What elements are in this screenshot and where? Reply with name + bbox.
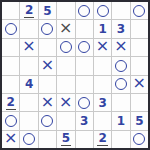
cell-r1c4[interactable]: [76, 20, 93, 37]
cell-r1c2[interactable]: [39, 20, 56, 37]
cell-r3c0[interactable]: [2, 57, 19, 74]
cell-r5c2[interactable]: ×: [39, 94, 56, 111]
cell-r7c7[interactable]: [131, 131, 148, 148]
cell-r6c5[interactable]: [94, 112, 111, 129]
cell-r0c2[interactable]: 5: [39, 2, 56, 19]
cell-r1c0[interactable]: [2, 20, 19, 37]
cell-r6c7[interactable]: 5: [131, 112, 148, 129]
clue-number: 1: [97, 23, 107, 35]
cell-r2c2[interactable]: [39, 39, 56, 56]
cell-r3c7[interactable]: [131, 57, 148, 74]
cell-r3c4[interactable]: [76, 57, 93, 74]
cell-r2c3[interactable]: [57, 39, 74, 56]
cell-r5c1[interactable]: [20, 94, 37, 111]
cross-mark: ×: [41, 94, 54, 110]
cell-r6c2[interactable]: [39, 112, 56, 129]
cell-r0c5[interactable]: [94, 2, 111, 19]
given-cross-mark: ×: [59, 20, 72, 36]
cell-r2c6[interactable]: ×: [112, 39, 129, 56]
cell-r1c5[interactable]: 1: [94, 20, 111, 37]
circle-mark: [60, 41, 72, 53]
cell-r0c6[interactable]: [112, 2, 129, 19]
circle-mark: [133, 133, 145, 145]
cross-mark: ×: [22, 39, 35, 55]
cell-r3c3[interactable]: [57, 57, 74, 74]
clue-number-underlined: 2: [97, 132, 107, 146]
cell-r5c7[interactable]: [131, 94, 148, 111]
clue-number: 5: [134, 115, 144, 127]
cell-r6c3[interactable]: [57, 112, 74, 129]
cross-mark: ×: [4, 131, 17, 147]
cross-mark: ×: [59, 94, 72, 110]
cross-mark: ×: [96, 39, 109, 55]
cell-r4c3[interactable]: [57, 76, 74, 93]
cell-r7c3[interactable]: 5: [57, 131, 74, 148]
cell-r5c6[interactable]: [112, 94, 129, 111]
cell-r7c0[interactable]: ×: [2, 131, 19, 148]
cell-r3c2[interactable]: ×: [39, 57, 56, 74]
circle-mark: [78, 5, 90, 17]
circle-mark: [41, 23, 53, 35]
cell-r7c1[interactable]: [20, 131, 37, 148]
circle-mark: [5, 23, 17, 35]
cell-r7c2[interactable]: [39, 131, 56, 148]
clue-number: 1: [116, 115, 126, 127]
cell-r7c5[interactable]: 2: [94, 131, 111, 148]
clue-number-underlined: 5: [61, 132, 71, 146]
clue-number: 4: [24, 78, 34, 90]
circle-mark: [5, 115, 17, 127]
cell-r1c7[interactable]: [131, 20, 148, 37]
cross-mark: ×: [114, 39, 127, 55]
cell-r4c6[interactable]: [112, 76, 129, 93]
cell-r6c6[interactable]: 1: [112, 112, 129, 129]
cell-r2c0[interactable]: [2, 39, 19, 56]
cell-r4c0[interactable]: [2, 76, 19, 93]
circle-mark: [115, 78, 127, 90]
cell-r5c3[interactable]: ×: [57, 94, 74, 111]
cell-r3c1[interactable]: [20, 57, 37, 74]
cell-r1c3[interactable]: ×: [57, 20, 74, 37]
clue-number-underlined: 2: [24, 4, 34, 18]
cell-r2c1[interactable]: ×: [20, 39, 37, 56]
clue-number: 3: [116, 23, 126, 35]
circle-mark: [41, 115, 53, 127]
cell-r3c6[interactable]: [112, 57, 129, 74]
circle-mark: [115, 60, 127, 72]
clue-number-underlined: 2: [6, 96, 16, 110]
cell-r5c5[interactable]: 3: [94, 94, 111, 111]
circle-mark: [23, 133, 35, 145]
cell-r0c0[interactable]: [2, 2, 19, 19]
cell-r4c5[interactable]: [94, 76, 111, 93]
circle-mark: [133, 5, 145, 17]
cell-r0c3[interactable]: [57, 2, 74, 19]
cell-r0c1[interactable]: 2: [20, 2, 37, 19]
cell-r2c4[interactable]: [76, 39, 93, 56]
cell-r6c1[interactable]: [20, 112, 37, 129]
clue-number: 3: [97, 97, 107, 109]
cell-r7c6[interactable]: [112, 131, 129, 148]
cell-r3c5[interactable]: [94, 57, 111, 74]
circle-mark: [97, 5, 109, 17]
cross-mark: ×: [133, 76, 146, 92]
clue-number: 5: [42, 5, 52, 17]
cell-r5c0[interactable]: 2: [2, 94, 19, 111]
circle-mark: [78, 41, 90, 53]
circle-mark: [78, 97, 90, 109]
cell-r0c4[interactable]: [76, 2, 93, 19]
cell-r4c4[interactable]: [76, 76, 93, 93]
cell-r4c7[interactable]: ×: [131, 76, 148, 93]
cell-r4c1[interactable]: 4: [20, 76, 37, 93]
cell-r0c7[interactable]: [131, 2, 148, 19]
cell-r1c6[interactable]: 3: [112, 20, 129, 37]
cell-r6c4[interactable]: 3: [76, 112, 93, 129]
cell-r1c1[interactable]: [20, 20, 37, 37]
cell-r7c4[interactable]: [76, 131, 93, 148]
cell-r2c5[interactable]: ×: [94, 39, 111, 56]
cell-r2c7[interactable]: [131, 39, 148, 56]
cell-r6c0[interactable]: [2, 112, 19, 129]
cross-mark: ×: [41, 57, 54, 73]
puzzle-board: 25×13××××4×2××3315×52: [0, 0, 150, 150]
cell-r4c2[interactable]: [39, 76, 56, 93]
cell-r5c4[interactable]: [76, 94, 93, 111]
clue-number: 3: [79, 115, 89, 127]
